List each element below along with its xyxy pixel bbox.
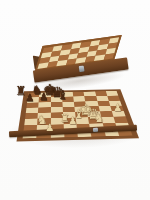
- board-clasp-icon: [93, 128, 98, 132]
- piece-dark-bishop: ♝: [58, 89, 69, 101]
- piece-light-pawn: ♟: [114, 103, 123, 113]
- piece-light-pawn: ♟: [46, 123, 55, 133]
- box-clasp-icon: [78, 66, 84, 73]
- piece-light-knight: ♞: [94, 112, 105, 124]
- product-photo-chess-set: ♜♟♞♟♚♛♝♞♟♜♟♝♚♛♞♟: [0, 0, 150, 200]
- closed-chessboard-box: [30, 35, 131, 88]
